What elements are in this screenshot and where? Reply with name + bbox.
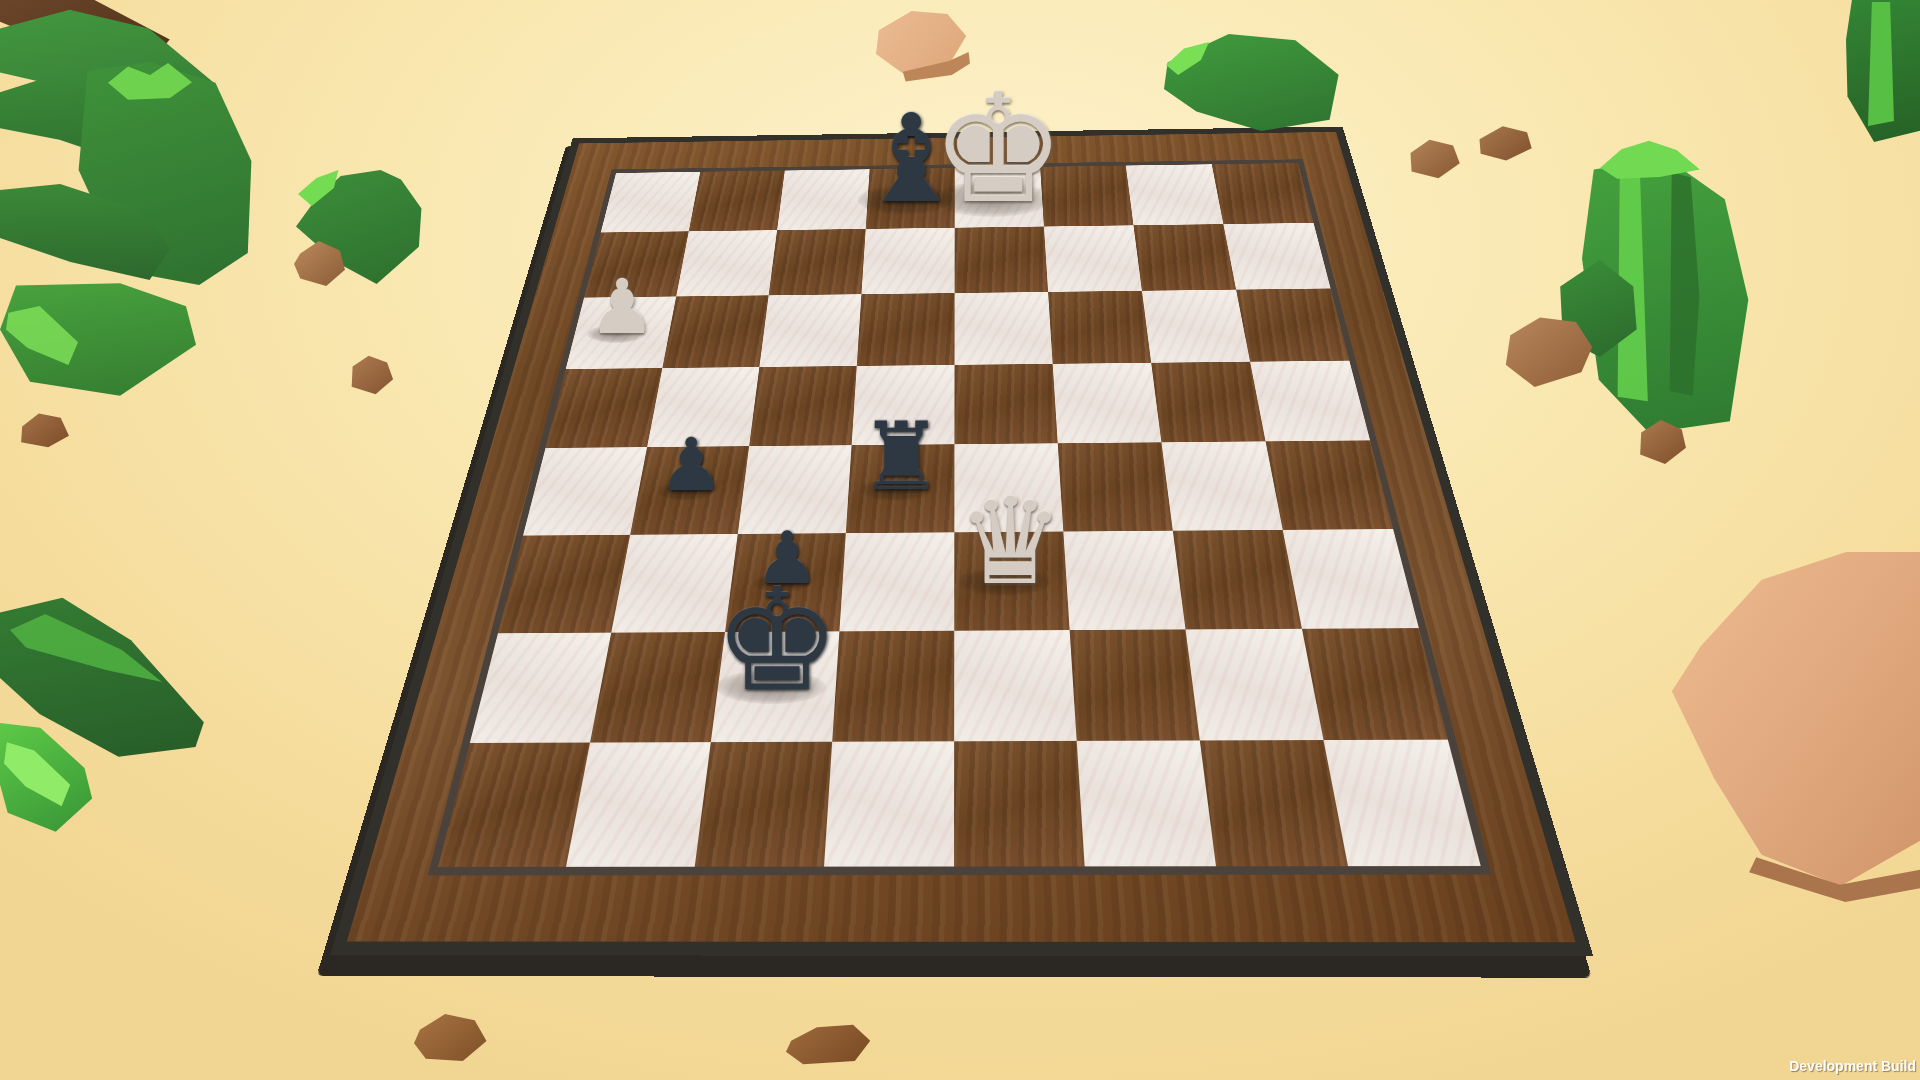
development-build-watermark: Development Build	[1789, 1058, 1916, 1074]
game-viewport: ♝♚♟♟♜♟♛♚ Development Build	[0, 0, 1920, 1080]
square-d3[interactable]	[839, 532, 954, 631]
square-f6[interactable]	[1048, 291, 1151, 364]
rock	[348, 354, 394, 396]
square-c1[interactable]	[695, 742, 832, 867]
piece-black-pawn-b4[interactable]: ♟	[658, 429, 723, 502]
square-g3[interactable]	[1173, 530, 1302, 630]
square-e1[interactable]	[954, 741, 1085, 867]
square-e2[interactable]	[954, 630, 1077, 741]
square-f1[interactable]	[1077, 740, 1216, 866]
square-h6[interactable]	[1236, 288, 1349, 361]
square-h5[interactable]	[1250, 361, 1370, 442]
square-d2[interactable]	[832, 631, 954, 742]
square-g2[interactable]	[1186, 629, 1324, 741]
rock	[786, 1024, 872, 1066]
square-e6[interactable]	[955, 292, 1053, 365]
square-a1[interactable]	[438, 743, 590, 867]
square-g7[interactable]	[1133, 224, 1236, 291]
square-d1[interactable]	[824, 741, 954, 866]
square-c6[interactable]	[759, 294, 861, 367]
square-f2[interactable]	[1070, 629, 1200, 740]
square-e7[interactable]	[955, 227, 1048, 294]
square-b6[interactable]	[662, 295, 768, 368]
piece-white-pawn-a6[interactable]: ♟	[589, 271, 656, 345]
square-h7[interactable]	[1223, 223, 1330, 290]
square-g5[interactable]	[1151, 362, 1265, 443]
square-e5[interactable]	[954, 364, 1057, 444]
rock	[414, 1012, 488, 1064]
square-g1[interactable]	[1200, 740, 1348, 866]
square-b1[interactable]	[566, 742, 711, 867]
square-d6[interactable]	[857, 293, 955, 366]
square-g8[interactable]	[1126, 164, 1224, 225]
square-a2[interactable]	[470, 633, 611, 743]
square-h8[interactable]	[1212, 163, 1314, 224]
cactus-ridge	[1868, 2, 1894, 126]
square-a8[interactable]	[601, 172, 701, 233]
square-f4[interactable]	[1058, 442, 1173, 531]
square-f3[interactable]	[1063, 531, 1185, 630]
square-b7[interactable]	[676, 230, 777, 296]
piece-white-queen-e3[interactable]: ♛	[957, 482, 1064, 602]
piece-white-king-e8[interactable]: ♚	[931, 74, 1065, 224]
rock	[1476, 124, 1534, 162]
piece-black-rook-d4[interactable]: ♜	[859, 410, 943, 504]
square-a5[interactable]	[545, 368, 662, 448]
square-h2[interactable]	[1302, 628, 1448, 740]
square-c7[interactable]	[769, 229, 866, 295]
square-h3[interactable]	[1283, 529, 1419, 629]
square-a3[interactable]	[498, 535, 630, 633]
square-g4[interactable]	[1161, 441, 1282, 530]
square-h1[interactable]	[1324, 740, 1481, 867]
square-b8[interactable]	[689, 171, 785, 232]
square-d7[interactable]	[861, 228, 954, 294]
square-b2[interactable]	[590, 632, 725, 743]
rock	[1406, 138, 1462, 180]
flat-rock-slab	[1656, 552, 1920, 900]
square-f5[interactable]	[1053, 363, 1162, 444]
square-h4[interactable]	[1266, 440, 1394, 529]
square-a4[interactable]	[523, 447, 647, 535]
piece-black-king-c2[interactable]: ♚	[714, 570, 840, 711]
square-g6[interactable]	[1142, 290, 1250, 363]
square-c5[interactable]	[749, 366, 857, 446]
rock	[18, 412, 70, 448]
